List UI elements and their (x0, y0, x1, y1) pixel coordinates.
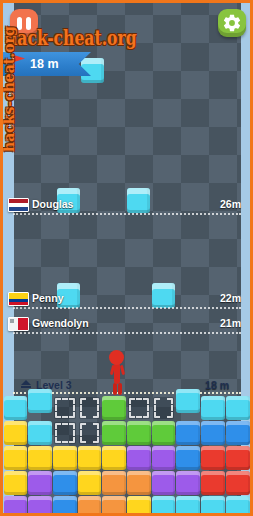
flag-icon-nl (8, 198, 29, 212)
opponent-distance-line (13, 213, 241, 215)
wall-block-green[interactable] (152, 421, 176, 445)
opponent-label-row: Douglas26m (13, 197, 241, 213)
opponent-name: Douglas (32, 198, 73, 210)
wall-block-blue[interactable] (176, 446, 200, 470)
double-chevron-up-icon (21, 380, 31, 388)
wall-block-cyan[interactable] (201, 396, 225, 420)
wall-block-purple[interactable] (152, 446, 176, 470)
game-screen: 18 m Douglas26mPenny22mGwendolyn21m Leve… (0, 0, 253, 516)
wall-block-red[interactable] (201, 446, 225, 470)
opponent-distance-line (13, 307, 241, 309)
wall-block-orange[interactable] (127, 471, 151, 495)
wall-block-yellow[interactable] (127, 496, 151, 516)
stickman-arm (120, 365, 125, 375)
wall-block-purple[interactable] (127, 446, 151, 470)
stickman-head (109, 350, 124, 365)
empty-slot (54, 397, 76, 419)
wall-block-cyan[interactable] (201, 496, 225, 516)
wall-block-yellow[interactable] (4, 446, 28, 470)
wall-block-cyan[interactable] (226, 396, 250, 420)
level-line-labels: Level 3 18 m (13, 378, 241, 394)
wall-block-blue[interactable] (53, 471, 77, 495)
wall-block-cyan[interactable] (226, 496, 250, 516)
wall-block-yellow[interactable] (53, 446, 77, 470)
wall-block-green[interactable] (102, 421, 126, 445)
wall-block-orange[interactable] (78, 496, 102, 516)
opponent-name: Penny (32, 292, 64, 304)
opponent-label-row: Penny22m (13, 291, 241, 307)
level-label: Level 3 (36, 379, 72, 391)
empty-slot (54, 422, 76, 444)
wall-block-yellow[interactable] (28, 446, 52, 470)
wall-block-yellow[interactable] (78, 446, 102, 470)
empty-slot (79, 422, 101, 444)
opponent-distance: 26m (220, 198, 241, 210)
watermark-top: hack-cheat.org (6, 26, 137, 50)
gear-icon (222, 13, 242, 33)
wall-block-red[interactable] (226, 471, 250, 495)
wall-block-blue[interactable] (53, 496, 77, 516)
opponent-label-row: Gwendolyn21m (13, 316, 241, 332)
empty-slot (128, 397, 150, 419)
opponent-distance-line (13, 332, 241, 334)
wall-block-red[interactable] (201, 471, 225, 495)
wall-block-cyan[interactable] (28, 421, 52, 445)
opponent-distance: 22m (220, 292, 241, 304)
wall-block-yellow[interactable] (78, 471, 102, 495)
wall-block-cyan[interactable] (152, 496, 176, 516)
empty-slot (79, 397, 101, 419)
wall-block-purple[interactable] (28, 471, 52, 495)
wall-block-yellow[interactable] (4, 421, 28, 445)
flag-icon-mt (8, 317, 29, 331)
wall-block-blue[interactable] (226, 421, 250, 445)
wall-block-yellow[interactable] (102, 446, 126, 470)
banner-distance-label: 18 m (30, 52, 59, 76)
wall-block-purple[interactable] (4, 496, 28, 516)
watermark-left: hacks-cheat.org (1, 26, 17, 152)
opponent-name: Gwendolyn (32, 317, 89, 329)
empty-slot (153, 397, 175, 419)
wall-block-purple[interactable] (152, 471, 176, 495)
flag-icon-co (8, 292, 29, 306)
wall-block-red[interactable] (226, 446, 250, 470)
settings-button[interactable] (218, 9, 246, 37)
wall-block-blue[interactable] (176, 421, 200, 445)
wall-block-blue[interactable] (201, 421, 225, 445)
wall-block-cyan[interactable] (176, 496, 200, 516)
wall-block-green[interactable] (102, 396, 126, 420)
wall-block-green[interactable] (127, 421, 151, 445)
wall-block-cyan[interactable] (4, 396, 28, 420)
wall-block-purple[interactable] (28, 496, 52, 516)
wall-block-orange[interactable] (102, 471, 126, 495)
wall-block-yellow[interactable] (4, 471, 28, 495)
level-distance-label: 18 m (205, 379, 229, 391)
wall-block-orange[interactable] (102, 496, 126, 516)
opponent-distance: 21m (220, 317, 241, 329)
block-wall (3, 395, 250, 516)
wall-block-purple[interactable] (176, 471, 200, 495)
